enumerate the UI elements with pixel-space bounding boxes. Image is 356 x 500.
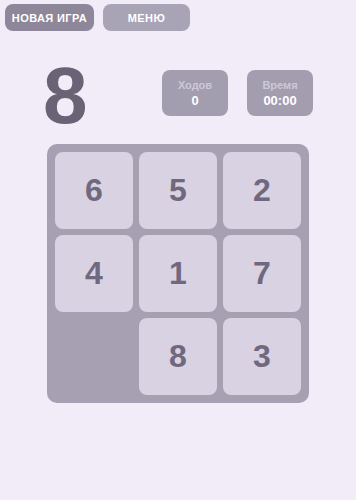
menu-button[interactable]: МЕНЮ [103,4,190,31]
empty-cell [55,318,133,395]
board-cell[interactable]: 4 [55,235,133,312]
board-cell[interactable]: 7 [223,235,301,312]
board-cell[interactable]: 1 [139,235,217,312]
board-cell[interactable]: 2 [223,152,301,229]
board-cell[interactable]: 3 [223,318,301,395]
moves-counter: Ходов 0 [162,70,228,116]
board-cell[interactable]: 8 [139,318,217,395]
moves-label: Ходов [178,79,212,91]
puzzle-size-indicator: 8 [43,56,88,136]
new-game-button[interactable]: НОВАЯ ИГРА [5,4,94,31]
puzzle-board: 6 5 2 4 1 7 8 3 [47,144,309,403]
board-cell[interactable]: 5 [139,152,217,229]
moves-value: 0 [191,93,198,108]
time-counter: Время 00:00 [247,70,313,116]
board-cell[interactable]: 6 [55,152,133,229]
time-value: 00:00 [263,93,296,108]
time-label: Время [262,79,297,91]
